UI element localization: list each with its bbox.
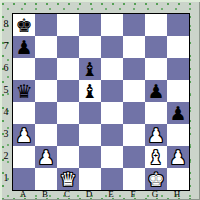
piece-black-bishop-d5[interactable]: ♝	[79, 80, 101, 102]
board-square[interactable]	[167, 14, 189, 36]
board-square[interactable]: ♝	[79, 80, 101, 102]
board-square[interactable]	[167, 36, 189, 58]
board-square[interactable]: ♟	[145, 124, 167, 146]
board-square[interactable]: ♛	[13, 80, 35, 102]
board-square[interactable]	[101, 80, 123, 102]
rank-label: 7	[0, 35, 12, 57]
board-square[interactable]: ♟	[145, 80, 167, 102]
board-square[interactable]	[13, 168, 35, 190]
file-label: D	[78, 189, 100, 200]
board-square[interactable]: ♟	[13, 36, 35, 58]
piece-white-pawn-g3[interactable]: ♟	[145, 124, 167, 146]
file-label: G	[144, 189, 166, 200]
board-square[interactable]	[13, 58, 35, 80]
board-square[interactable]	[101, 14, 123, 36]
board-square[interactable]	[13, 146, 35, 168]
board-square[interactable]	[145, 14, 167, 36]
board-square[interactable]	[145, 36, 167, 58]
board-square[interactable]	[123, 146, 145, 168]
board-square[interactable]	[79, 36, 101, 58]
rank-label: 8	[0, 13, 12, 35]
rank-label: 5	[0, 79, 12, 101]
board-square[interactable]	[123, 14, 145, 36]
rank-label: 3	[0, 123, 12, 145]
board-square[interactable]	[57, 14, 79, 36]
board-square[interactable]: ♚	[145, 168, 167, 190]
board-square[interactable]	[123, 36, 145, 58]
file-label: E	[100, 189, 122, 200]
board-square[interactable]	[35, 14, 57, 36]
board-square[interactable]	[101, 146, 123, 168]
board-square[interactable]	[101, 36, 123, 58]
board-square[interactable]	[57, 124, 79, 146]
board-square[interactable]	[167, 80, 189, 102]
board-square[interactable]	[123, 58, 145, 80]
board-square[interactable]	[145, 58, 167, 80]
file-label: B	[34, 189, 56, 200]
chess-board: ♚♟♝♛♝♟♟♟♟♟♝♟♛♚	[12, 13, 190, 191]
piece-black-pawn-h4[interactable]: ♟	[167, 102, 189, 124]
board-square[interactable]	[101, 58, 123, 80]
piece-black-pawn-a7[interactable]: ♟	[13, 36, 35, 58]
piece-black-bishop-d6[interactable]: ♝	[79, 58, 101, 80]
rank-label: 4	[0, 101, 12, 123]
rank-label-column: 87654321	[0, 13, 12, 189]
board-square[interactable]	[13, 102, 35, 124]
board-square[interactable]	[167, 168, 189, 190]
board-square[interactable]	[35, 36, 57, 58]
file-label: F	[122, 189, 144, 200]
piece-white-pawn-h2[interactable]: ♟	[167, 146, 189, 168]
board-square[interactable]	[101, 102, 123, 124]
piece-black-pawn-g5[interactable]: ♟	[145, 80, 167, 102]
board-square[interactable]	[79, 168, 101, 190]
board-square[interactable]	[35, 102, 57, 124]
board-square[interactable]	[167, 58, 189, 80]
file-label: H	[166, 189, 188, 200]
board-square[interactable]	[123, 102, 145, 124]
rank-label: 6	[0, 57, 12, 79]
file-label-row: ABCDEFGH	[12, 189, 190, 200]
rank-label: 2	[0, 145, 12, 167]
file-label: A	[12, 189, 34, 200]
board-square[interactable]: ♟	[167, 102, 189, 124]
board-square[interactable]	[167, 124, 189, 146]
board-square[interactable]: ♟	[13, 124, 35, 146]
piece-white-king-g1[interactable]: ♚	[145, 168, 167, 190]
board-square[interactable]: ♛	[57, 168, 79, 190]
board-square[interactable]	[57, 146, 79, 168]
board-frame: 87654321 ♚♟♝♛♝♟♟♟♟♟♝♟♛♚ ABCDEFGH	[0, 0, 200, 200]
board-square[interactable]	[123, 80, 145, 102]
board-square[interactable]	[145, 102, 167, 124]
board-square[interactable]	[35, 124, 57, 146]
board-square[interactable]	[123, 168, 145, 190]
board-square[interactable]	[79, 102, 101, 124]
board-square[interactable]: ♝	[79, 58, 101, 80]
rank-label: 1	[0, 167, 12, 189]
board-square[interactable]	[35, 168, 57, 190]
board-square[interactable]	[57, 58, 79, 80]
board-square[interactable]	[101, 168, 123, 190]
piece-white-pawn-a3[interactable]: ♟	[13, 124, 35, 146]
board-square[interactable]	[57, 80, 79, 102]
board-square[interactable]	[79, 14, 101, 36]
board-square[interactable]: ♚	[13, 14, 35, 36]
board-square[interactable]	[57, 36, 79, 58]
board-square[interactable]: ♝	[145, 146, 167, 168]
piece-white-pawn-b2[interactable]: ♟	[35, 146, 57, 168]
piece-white-queen-c1[interactable]: ♛	[57, 168, 79, 190]
board-square[interactable]	[101, 124, 123, 146]
board-square[interactable]	[123, 124, 145, 146]
board-square[interactable]	[35, 58, 57, 80]
board-square[interactable]	[35, 80, 57, 102]
piece-white-bishop-g2[interactable]: ♝	[145, 146, 167, 168]
board-square[interactable]: ♟	[167, 146, 189, 168]
board-square[interactable]: ♟	[35, 146, 57, 168]
board-square[interactable]	[79, 146, 101, 168]
file-label: C	[56, 189, 78, 200]
piece-black-king-a8[interactable]: ♚	[13, 14, 35, 36]
piece-black-queen-a5[interactable]: ♛	[13, 80, 35, 102]
board-square[interactable]	[57, 102, 79, 124]
board-square[interactable]	[79, 124, 101, 146]
